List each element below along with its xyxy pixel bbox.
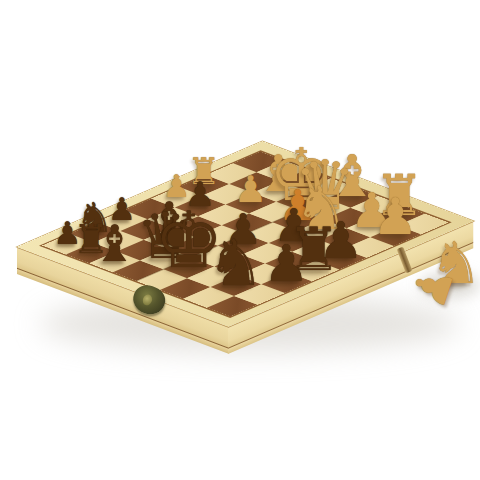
white-pawn-f6[interactable]: ♟ [234,172,267,209]
black-bishop-a6[interactable]: ♝ [92,219,137,269]
black-knight-b2[interactable]: ♞ [207,231,264,295]
chess-set-photo: ♟♞♟♟♜♜♟♝♝♟♝♛♚♚♟♟♛♝♟♞♞♟♜♟♜♟♟♞♟ [0,0,480,480]
black-pawn-c1[interactable]: ♟ [264,239,310,290]
white-pawn-g1[interactable]: ♟ [373,192,419,243]
